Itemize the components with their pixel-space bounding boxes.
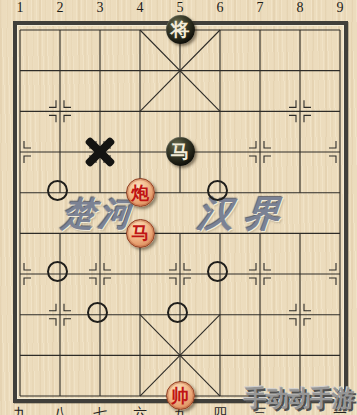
move-hint-circle[interactable] <box>47 261 68 282</box>
move-hint-circle[interactable] <box>47 180 68 201</box>
move-hint-circle[interactable] <box>87 302 108 323</box>
move-hint-circle[interactable] <box>207 180 228 201</box>
piece-black-general[interactable]: 将 <box>166 15 195 44</box>
move-origin-x-mark <box>80 132 120 172</box>
piece-red-horse[interactable]: 马 <box>126 219 155 248</box>
move-hint-circle[interactable] <box>167 302 188 323</box>
piece-red-general[interactable]: 帅 <box>166 381 195 410</box>
board-pieces: 将马炮马帅 <box>0 10 357 415</box>
watermark: 手动动手游 <box>244 383 354 414</box>
move-hint-circle[interactable] <box>207 261 228 282</box>
piece-black-horse[interactable]: 马 <box>166 137 195 166</box>
piece-red-cannon[interactable]: 炮 <box>126 178 155 207</box>
